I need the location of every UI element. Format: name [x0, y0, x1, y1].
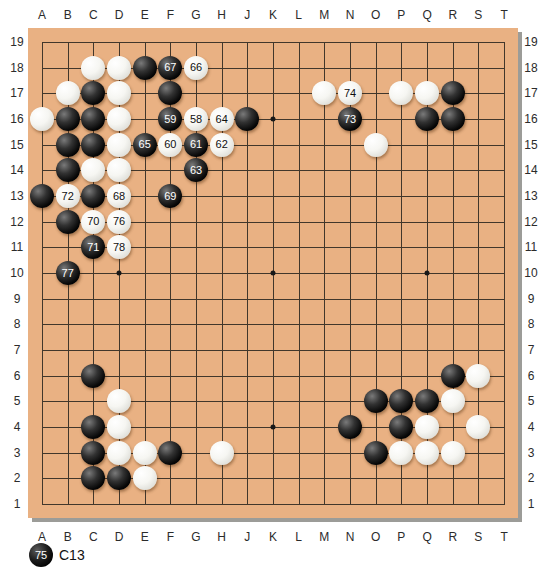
row-label-right-3: 3: [528, 446, 535, 460]
column-label-bottom-C: C: [89, 530, 98, 544]
stone-black-B12: [56, 210, 80, 234]
stone-black-O5: [364, 389, 388, 413]
row-label-right-12: 12: [524, 215, 537, 229]
stone-white-R5: [441, 389, 465, 413]
stone-move-number: 70: [87, 216, 99, 227]
stone-black-Q5: [415, 389, 439, 413]
column-label-top-K: K: [269, 8, 277, 22]
stone-white-D3: [107, 441, 131, 465]
column-label-top-P: P: [397, 8, 405, 22]
column-label-bottom-N: N: [346, 530, 355, 544]
stone-black-C17: [81, 81, 105, 105]
stone-white-Q4: [415, 415, 439, 439]
column-label-top-J: J: [244, 8, 250, 22]
row-label-left-12: 12: [10, 215, 23, 229]
stone-white-P3: [389, 441, 413, 465]
stone-white-D4: [107, 415, 131, 439]
caption-black-stone-icon: 75: [29, 543, 53, 567]
stone-white-E2: [133, 466, 157, 490]
stone-move-number: 61: [190, 139, 202, 150]
row-label-left-4: 4: [14, 420, 21, 434]
star-point-Q10: [425, 271, 430, 276]
stone-move-number: 78: [113, 242, 125, 253]
star-point-K16: [271, 117, 276, 122]
stone-move-number: 66: [190, 62, 202, 73]
row-label-left-8: 8: [14, 317, 21, 331]
row-label-right-14: 14: [524, 163, 537, 177]
stone-white-C12: 70: [81, 210, 105, 234]
stone-black-F18: 67: [158, 56, 182, 80]
stone-white-G16: 58: [184, 107, 208, 131]
column-label-top-G: G: [191, 8, 200, 22]
stone-white-D14: [107, 158, 131, 182]
row-label-left-13: 13: [10, 189, 23, 203]
stone-black-C15: [81, 133, 105, 157]
column-label-bottom-M: M: [319, 530, 329, 544]
row-label-right-4: 4: [528, 420, 535, 434]
column-label-top-M: M: [319, 8, 329, 22]
column-label-bottom-J: J: [244, 530, 250, 544]
stone-black-C2: [81, 466, 105, 490]
column-label-top-N: N: [346, 8, 355, 22]
star-point-K4: [271, 425, 276, 430]
column-label-bottom-F: F: [167, 530, 174, 544]
column-label-bottom-R: R: [448, 530, 457, 544]
row-label-left-11: 11: [11, 240, 23, 254]
stone-black-R17: [441, 81, 465, 105]
stone-black-C3: [81, 441, 105, 465]
column-label-bottom-S: S: [474, 530, 482, 544]
grid-line-horizontal: [42, 504, 505, 505]
grid-line-vertical: [324, 42, 325, 505]
go-board: 6766745958647365606162637268697076717877: [28, 28, 518, 518]
row-label-right-1: 1: [528, 497, 535, 511]
column-label-top-T: T: [500, 8, 507, 22]
stone-move-number: 77: [62, 268, 74, 279]
column-label-top-C: C: [89, 8, 98, 22]
row-label-right-10: 10: [524, 266, 537, 280]
column-label-bottom-D: D: [115, 530, 124, 544]
stone-black-F16: 59: [158, 107, 182, 131]
stone-white-B17: [56, 81, 80, 105]
stone-black-B14: [56, 158, 80, 182]
row-label-right-17: 17: [524, 86, 537, 100]
grid-line-vertical: [299, 42, 300, 505]
stone-white-A16: [30, 107, 54, 131]
stone-black-G14: 63: [184, 158, 208, 182]
move-caption: 75 C13: [29, 543, 85, 567]
stone-black-C4: [81, 415, 105, 439]
row-label-left-7: 7: [14, 343, 21, 357]
stone-move-number: 58: [190, 114, 202, 125]
stone-black-Q16: [415, 107, 439, 131]
stone-white-H3: [210, 441, 234, 465]
column-label-bottom-G: G: [191, 530, 200, 544]
grid-line-vertical: [376, 42, 377, 505]
stone-move-number: 64: [216, 114, 228, 125]
column-label-top-F: F: [167, 8, 174, 22]
row-label-left-9: 9: [14, 292, 21, 306]
column-label-bottom-B: B: [64, 530, 72, 544]
stone-white-H15: 62: [210, 133, 234, 157]
stone-move-number: 73: [344, 114, 356, 125]
stone-move-number: 76: [113, 216, 125, 227]
stone-black-N16: 73: [338, 107, 362, 131]
stone-white-D16: [107, 107, 131, 131]
go-diagram-page: 6766745958647365606162637268697076717877…: [0, 0, 550, 582]
column-label-bottom-E: E: [141, 530, 149, 544]
column-label-bottom-K: K: [269, 530, 277, 544]
caption-location: C13: [59, 547, 85, 563]
stone-black-J16: [235, 107, 259, 131]
stone-black-R16: [441, 107, 465, 131]
row-label-left-18: 18: [10, 61, 23, 75]
row-label-left-10: 10: [10, 266, 23, 280]
stone-white-E3: [133, 441, 157, 465]
stone-white-D15: [107, 133, 131, 157]
stone-white-D18: [107, 56, 131, 80]
stone-move-number: 62: [216, 139, 228, 150]
stone-black-B16: [56, 107, 80, 131]
stone-white-Q17: [415, 81, 439, 105]
stone-white-Q3: [415, 441, 439, 465]
stone-black-B15: [56, 133, 80, 157]
stone-black-R6: [441, 364, 465, 388]
stone-white-S4: [466, 415, 490, 439]
stone-black-A13: [30, 184, 54, 208]
grid-line-vertical: [504, 42, 505, 505]
stone-move-number: 69: [164, 191, 176, 202]
column-label-top-A: A: [38, 8, 46, 22]
stone-black-C13: [81, 184, 105, 208]
row-label-right-13: 13: [524, 189, 537, 203]
column-label-top-E: E: [141, 8, 149, 22]
column-label-bottom-P: P: [397, 530, 405, 544]
column-label-bottom-T: T: [500, 530, 507, 544]
column-label-bottom-Q: Q: [422, 530, 431, 544]
stone-black-B10: 77: [56, 261, 80, 285]
stone-white-C14: [81, 158, 105, 182]
row-label-right-5: 5: [528, 394, 535, 408]
stone-black-O3: [364, 441, 388, 465]
stone-black-N4: [338, 415, 362, 439]
stone-black-G15: 61: [184, 133, 208, 157]
column-label-bottom-L: L: [295, 530, 302, 544]
column-label-top-R: R: [448, 8, 457, 22]
row-label-right-18: 18: [524, 61, 537, 75]
row-label-right-15: 15: [524, 138, 537, 152]
stone-move-number: 60: [164, 139, 176, 150]
column-label-top-S: S: [474, 8, 482, 22]
column-label-top-Q: Q: [422, 8, 431, 22]
stone-black-C11: 71: [81, 235, 105, 259]
stone-black-C16: [81, 107, 105, 131]
stone-white-G18: 66: [184, 56, 208, 80]
row-label-left-16: 16: [10, 112, 23, 126]
stone-white-D5: [107, 389, 131, 413]
row-label-right-2: 2: [528, 471, 535, 485]
column-label-top-L: L: [295, 8, 302, 22]
stone-black-F3: [158, 441, 182, 465]
star-point-K10: [271, 271, 276, 276]
row-label-right-9: 9: [528, 292, 535, 306]
column-label-top-B: B: [64, 8, 72, 22]
stone-move-number: 74: [344, 88, 356, 99]
row-label-right-19: 19: [524, 35, 537, 49]
row-label-left-14: 14: [10, 163, 23, 177]
grid-line-horizontal: [42, 299, 505, 300]
stone-white-H16: 64: [210, 107, 234, 131]
column-label-top-O: O: [371, 8, 380, 22]
stone-black-E15: 65: [133, 133, 157, 157]
row-label-left-5: 5: [14, 394, 21, 408]
stone-white-F15: 60: [158, 133, 182, 157]
row-label-left-6: 6: [14, 369, 21, 383]
stone-white-O15: [364, 133, 388, 157]
row-label-right-8: 8: [528, 317, 535, 331]
column-label-top-D: D: [115, 8, 124, 22]
stone-white-N17: 74: [338, 81, 362, 105]
stone-black-E18: [133, 56, 157, 80]
row-label-right-7: 7: [528, 343, 535, 357]
column-label-bottom-O: O: [371, 530, 380, 544]
stone-white-M17: [312, 81, 336, 105]
row-label-right-16: 16: [524, 112, 537, 126]
stone-black-F13: 69: [158, 184, 182, 208]
stone-white-D17: [107, 81, 131, 105]
stone-white-B13: 72: [56, 184, 80, 208]
stone-black-D2: [107, 466, 131, 490]
column-label-bottom-H: H: [217, 530, 226, 544]
grid-line-horizontal: [42, 376, 505, 377]
row-label-left-17: 17: [10, 86, 23, 100]
star-point-D10: [117, 271, 122, 276]
row-label-left-1: 1: [14, 497, 21, 511]
stone-black-F17: [158, 81, 182, 105]
stone-move-number: 68: [113, 191, 125, 202]
stone-white-C18: [81, 56, 105, 80]
row-label-left-2: 2: [14, 471, 21, 485]
column-label-top-H: H: [217, 8, 226, 22]
row-label-right-11: 11: [525, 240, 537, 254]
column-label-bottom-A: A: [38, 530, 46, 544]
stone-white-D13: 68: [107, 184, 131, 208]
row-label-left-15: 15: [10, 138, 23, 152]
stone-move-number: 72: [62, 191, 74, 202]
stone-move-number: 67: [164, 62, 176, 73]
stone-black-C6: [81, 364, 105, 388]
grid-line-horizontal: [42, 324, 505, 325]
stone-white-S6: [466, 364, 490, 388]
row-label-left-19: 19: [10, 35, 23, 49]
stone-move-number: 71: [87, 242, 99, 253]
caption-move-number: 75: [35, 550, 47, 561]
stone-black-P5: [389, 389, 413, 413]
stone-black-P4: [389, 415, 413, 439]
stone-move-number: 59: [164, 114, 176, 125]
row-label-right-6: 6: [528, 369, 535, 383]
stone-white-P17: [389, 81, 413, 105]
stone-white-R3: [441, 441, 465, 465]
stone-white-D12: 76: [107, 210, 131, 234]
stone-move-number: 65: [139, 139, 151, 150]
row-label-left-3: 3: [14, 446, 21, 460]
stone-move-number: 63: [190, 165, 202, 176]
stone-white-D11: 78: [107, 235, 131, 259]
grid-line-horizontal: [42, 350, 505, 351]
